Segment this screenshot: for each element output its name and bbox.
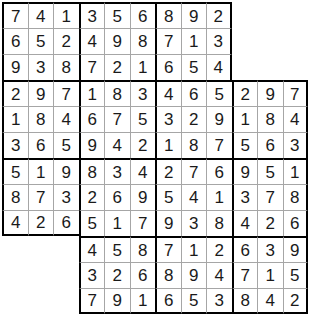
sudoku-cell[interactable]: 1 bbox=[232, 106, 258, 132]
sudoku-cell[interactable]: 9 bbox=[232, 158, 258, 184]
sudoku-cell[interactable]: 2 bbox=[104, 262, 130, 288]
sudoku-cell[interactable]: 5 bbox=[28, 28, 54, 54]
sudoku-cell[interactable]: 8 bbox=[181, 132, 207, 158]
sudoku-cell[interactable]: 7 bbox=[79, 288, 105, 314]
empty-region-cell bbox=[53, 288, 79, 314]
sudoku-cell[interactable]: 8 bbox=[257, 106, 283, 132]
sudoku-cell[interactable]: 3 bbox=[206, 28, 232, 54]
sudoku-cell[interactable]: 6 bbox=[130, 262, 156, 288]
sudoku-cell[interactable]: 7 bbox=[232, 262, 258, 288]
sudoku-cell[interactable]: 4 bbox=[232, 210, 258, 236]
sudoku-cell[interactable]: 2 bbox=[130, 132, 156, 158]
sudoku-cell[interactable]: 9 bbox=[257, 80, 283, 106]
sudoku-cell[interactable]: 5 bbox=[79, 210, 105, 236]
sudoku-cell[interactable]: 9 bbox=[104, 28, 130, 54]
sudoku-cell[interactable]: 8 bbox=[155, 2, 181, 28]
sudoku-cell[interactable]: 3 bbox=[130, 80, 156, 106]
sudoku-cell[interactable]: 4 bbox=[2, 210, 28, 236]
empty-region-cell bbox=[257, 28, 283, 54]
sudoku-cell[interactable]: 1 bbox=[257, 262, 283, 288]
sudoku-cell[interactable]: 3 bbox=[155, 106, 181, 132]
sudoku-cell[interactable]: 2 bbox=[104, 54, 130, 80]
sudoku-cell[interactable]: 8 bbox=[206, 210, 232, 236]
sudoku-cell[interactable]: 9 bbox=[181, 262, 207, 288]
sudoku-cell[interactable]: 7 bbox=[28, 184, 54, 210]
empty-region-cell bbox=[283, 54, 309, 80]
empty-region-cell bbox=[2, 262, 28, 288]
sudoku-cell[interactable]: 3 bbox=[79, 262, 105, 288]
sudoku-cell[interactable]: 3 bbox=[28, 54, 54, 80]
sudoku-cell[interactable]: 4 bbox=[104, 132, 130, 158]
sudoku-cell[interactable]: 8 bbox=[79, 158, 105, 184]
empty-region-cell bbox=[232, 54, 258, 80]
sudoku-cell[interactable]: 6 bbox=[28, 132, 54, 158]
empty-region-cell bbox=[28, 236, 54, 262]
sudoku-cell[interactable]: 5 bbox=[104, 2, 130, 28]
sudoku-cell[interactable]: 1 bbox=[283, 158, 309, 184]
sudoku-cell[interactable]: 4 bbox=[206, 54, 232, 80]
sudoku-cell[interactable]: 1 bbox=[206, 184, 232, 210]
sudoku-cell[interactable]: 7 bbox=[79, 54, 105, 80]
sudoku-cell[interactable]: 4 bbox=[28, 2, 54, 28]
sudoku-cell[interactable]: 9 bbox=[79, 132, 105, 158]
empty-region-cell bbox=[232, 28, 258, 54]
sudoku-cell[interactable]: 8 bbox=[232, 288, 258, 314]
sudoku-cell[interactable]: 3 bbox=[283, 132, 309, 158]
sudoku-cell[interactable]: 6 bbox=[79, 106, 105, 132]
sudoku-cell[interactable]: 4 bbox=[130, 158, 156, 184]
sudoku-cell[interactable]: 1 bbox=[79, 80, 105, 106]
sudoku-cell[interactable]: 2 bbox=[181, 106, 207, 132]
sudoku-cell[interactable]: 2 bbox=[206, 236, 232, 262]
empty-region-cell bbox=[28, 262, 54, 288]
sudoku-cell[interactable]: 8 bbox=[283, 184, 309, 210]
sudoku-cell[interactable]: 2 bbox=[257, 210, 283, 236]
sudoku-cell[interactable]: 4 bbox=[79, 236, 105, 262]
sudoku-cell[interactable]: 6 bbox=[181, 80, 207, 106]
sudoku-cell[interactable]: 7 bbox=[53, 80, 79, 106]
sudoku-cell[interactable]: 1 bbox=[155, 132, 181, 158]
sudoku-cell[interactable]: 3 bbox=[181, 210, 207, 236]
sudoku-cell[interactable]: 4 bbox=[79, 28, 105, 54]
sudoku-cell[interactable]: 5 bbox=[2, 158, 28, 184]
empty-region-cell bbox=[53, 262, 79, 288]
sudoku-cell[interactable]: 9 bbox=[155, 210, 181, 236]
sudoku-cell[interactable]: 1 bbox=[53, 2, 79, 28]
sudoku-cell[interactable]: 8 bbox=[2, 184, 28, 210]
empty-region-cell bbox=[283, 28, 309, 54]
sudoku-cell[interactable]: 4 bbox=[257, 288, 283, 314]
sudoku-cell[interactable]: 7 bbox=[206, 132, 232, 158]
sudoku-cell[interactable]: 4 bbox=[155, 80, 181, 106]
sudoku-cell[interactable]: 6 bbox=[232, 236, 258, 262]
sudoku-cell[interactable]: 6 bbox=[257, 132, 283, 158]
sudoku-cell[interactable]: 1 bbox=[104, 210, 130, 236]
sudoku-cell[interactable]: 2 bbox=[283, 288, 309, 314]
sudoku-cell[interactable]: 3 bbox=[2, 132, 28, 158]
sudoku-cell[interactable]: 3 bbox=[79, 2, 105, 28]
sudoku-cell[interactable]: 8 bbox=[104, 80, 130, 106]
sudoku-cell[interactable]: 3 bbox=[53, 184, 79, 210]
sudoku-cell[interactable]: 9 bbox=[283, 236, 309, 262]
sudoku-cell[interactable]: 8 bbox=[53, 54, 79, 80]
sudoku-cell[interactable]: 7 bbox=[257, 184, 283, 210]
sudoku-cell[interactable]: 5 bbox=[53, 132, 79, 158]
sudoku-cell[interactable]: 6 bbox=[104, 184, 130, 210]
sudoku-cell[interactable]: 7 bbox=[155, 236, 181, 262]
sudoku-cell[interactable]: 9 bbox=[206, 106, 232, 132]
sudoku-cell[interactable]: 6 bbox=[155, 288, 181, 314]
empty-region-cell bbox=[53, 236, 79, 262]
sudoku-cell[interactable]: 2 bbox=[2, 80, 28, 106]
sudoku-cell[interactable]: 8 bbox=[155, 262, 181, 288]
sudoku-cell[interactable]: 1 bbox=[181, 236, 207, 262]
overlapping-sudoku-board: 7413568926524987139387216542971834652971… bbox=[2, 2, 312, 314]
sudoku-cell[interactable]: 6 bbox=[155, 54, 181, 80]
sudoku-cell[interactable]: 9 bbox=[53, 158, 79, 184]
sudoku-cell[interactable]: 9 bbox=[181, 2, 207, 28]
sudoku-cell[interactable]: 3 bbox=[206, 288, 232, 314]
sudoku-cell[interactable]: 9 bbox=[28, 80, 54, 106]
sudoku-cell[interactable]: 2 bbox=[79, 184, 105, 210]
sudoku-cell[interactable]: 5 bbox=[206, 80, 232, 106]
sudoku-cell[interactable]: 6 bbox=[53, 210, 79, 236]
sudoku-cell[interactable]: 2 bbox=[155, 158, 181, 184]
sudoku-cell[interactable]: 4 bbox=[53, 106, 79, 132]
empty-region-cell bbox=[257, 2, 283, 28]
sudoku-cell[interactable]: 1 bbox=[28, 158, 54, 184]
sudoku-cell[interactable]: 6 bbox=[2, 28, 28, 54]
sudoku-cell[interactable]: 9 bbox=[104, 288, 130, 314]
sudoku-cell[interactable]: 7 bbox=[283, 80, 309, 106]
sudoku-cell[interactable]: 9 bbox=[130, 184, 156, 210]
sudoku-cell[interactable]: 1 bbox=[2, 106, 28, 132]
sudoku-cell[interactable]: 1 bbox=[130, 54, 156, 80]
empty-region-cell bbox=[28, 288, 54, 314]
sudoku-cell[interactable]: 2 bbox=[28, 210, 54, 236]
sudoku-cell[interactable]: 4 bbox=[283, 106, 309, 132]
sudoku-cell[interactable]: 8 bbox=[130, 28, 156, 54]
sudoku-cell[interactable]: 8 bbox=[28, 106, 54, 132]
sudoku-cell[interactable]: 1 bbox=[130, 288, 156, 314]
empty-region-cell bbox=[2, 236, 28, 262]
sudoku-cell[interactable]: 7 bbox=[104, 106, 130, 132]
sudoku-cell[interactable]: 3 bbox=[104, 158, 130, 184]
sudoku-cell[interactable]: 5 bbox=[283, 262, 309, 288]
sudoku-cell[interactable]: 5 bbox=[155, 184, 181, 210]
sudoku-cell[interactable]: 4 bbox=[181, 184, 207, 210]
sudoku-cell[interactable]: 5 bbox=[104, 236, 130, 262]
sudoku-cell[interactable]: 7 bbox=[155, 28, 181, 54]
sudoku-cell[interactable]: 6 bbox=[206, 158, 232, 184]
sudoku-cell[interactable]: 1 bbox=[181, 28, 207, 54]
sudoku-cell[interactable]: 5 bbox=[257, 158, 283, 184]
sudoku-cell[interactable]: 2 bbox=[232, 80, 258, 106]
sudoku-cell[interactable]: 7 bbox=[181, 158, 207, 184]
sudoku-cell[interactable]: 7 bbox=[130, 210, 156, 236]
sudoku-cell[interactable]: 3 bbox=[257, 236, 283, 262]
sudoku-cell[interactable]: 7 bbox=[2, 2, 28, 28]
empty-region-cell bbox=[2, 288, 28, 314]
sudoku-cell[interactable]: 8 bbox=[130, 236, 156, 262]
sudoku-cell[interactable]: 9 bbox=[2, 54, 28, 80]
sudoku-cell[interactable]: 3 bbox=[232, 184, 258, 210]
empty-region-cell bbox=[283, 2, 309, 28]
sudoku-cell[interactable]: 5 bbox=[232, 132, 258, 158]
sudoku-cell[interactable]: 2 bbox=[206, 2, 232, 28]
sudoku-cell[interactable]: 5 bbox=[130, 106, 156, 132]
empty-region-cell bbox=[257, 54, 283, 80]
sudoku-cell[interactable]: 2 bbox=[53, 28, 79, 54]
sudoku-cell[interactable]: 5 bbox=[181, 54, 207, 80]
sudoku-cell[interactable]: 5 bbox=[181, 288, 207, 314]
sudoku-cell[interactable]: 4 bbox=[206, 262, 232, 288]
sudoku-cell[interactable]: 6 bbox=[283, 210, 309, 236]
sudoku-cell[interactable]: 6 bbox=[130, 2, 156, 28]
empty-region-cell bbox=[232, 2, 258, 28]
